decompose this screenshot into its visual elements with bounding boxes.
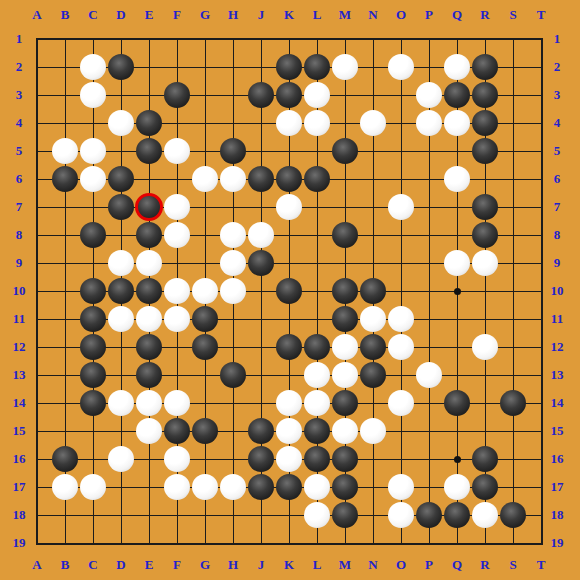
intersection-D18[interactable]	[107, 501, 135, 529]
intersection-G14[interactable]	[191, 389, 219, 417]
intersection-S4[interactable]	[499, 109, 527, 137]
intersection-F6[interactable]	[163, 165, 191, 193]
intersection-P2[interactable]	[415, 53, 443, 81]
intersection-L4[interactable]	[303, 109, 331, 137]
intersection-B3[interactable]	[51, 81, 79, 109]
intersection-S1[interactable]	[499, 25, 527, 53]
intersection-C7[interactable]	[79, 193, 107, 221]
intersection-P12[interactable]	[415, 333, 443, 361]
intersection-E7[interactable]	[135, 193, 163, 221]
intersection-G13[interactable]	[191, 361, 219, 389]
intersection-M15[interactable]	[331, 417, 359, 445]
intersection-N13[interactable]	[359, 361, 387, 389]
intersection-O13[interactable]	[387, 361, 415, 389]
intersection-J12[interactable]	[247, 333, 275, 361]
intersection-O12[interactable]	[387, 333, 415, 361]
intersection-O10[interactable]	[387, 277, 415, 305]
intersection-C6[interactable]	[79, 165, 107, 193]
intersection-E1[interactable]	[135, 25, 163, 53]
intersection-O1[interactable]	[387, 25, 415, 53]
intersection-P16[interactable]	[415, 445, 443, 473]
intersection-D7[interactable]	[107, 193, 135, 221]
intersection-R11[interactable]	[471, 305, 499, 333]
intersection-L16[interactable]	[303, 445, 331, 473]
intersection-B11[interactable]	[51, 305, 79, 333]
intersection-M7[interactable]	[331, 193, 359, 221]
intersection-N7[interactable]	[359, 193, 387, 221]
intersection-O7[interactable]	[387, 193, 415, 221]
intersection-H11[interactable]	[219, 305, 247, 333]
intersection-M6[interactable]	[331, 165, 359, 193]
intersection-Q17[interactable]	[443, 473, 471, 501]
intersection-D14[interactable]	[107, 389, 135, 417]
intersection-Q7[interactable]	[443, 193, 471, 221]
intersection-R8[interactable]	[471, 221, 499, 249]
intersection-T1[interactable]	[527, 25, 555, 53]
intersection-J8[interactable]	[247, 221, 275, 249]
intersection-C1[interactable]	[79, 25, 107, 53]
intersection-Q11[interactable]	[443, 305, 471, 333]
intersection-C9[interactable]	[79, 249, 107, 277]
intersection-O17[interactable]	[387, 473, 415, 501]
intersection-T4[interactable]	[527, 109, 555, 137]
intersection-H19[interactable]	[219, 529, 247, 557]
intersection-T3[interactable]	[527, 81, 555, 109]
intersection-R1[interactable]	[471, 25, 499, 53]
intersection-Q8[interactable]	[443, 221, 471, 249]
intersection-J5[interactable]	[247, 137, 275, 165]
intersection-F12[interactable]	[163, 333, 191, 361]
intersection-D5[interactable]	[107, 137, 135, 165]
intersection-H2[interactable]	[219, 53, 247, 81]
intersection-L12[interactable]	[303, 333, 331, 361]
intersection-A15[interactable]	[23, 417, 51, 445]
intersection-S16[interactable]	[499, 445, 527, 473]
intersection-T2[interactable]	[527, 53, 555, 81]
intersection-K15[interactable]	[275, 417, 303, 445]
intersection-T15[interactable]	[527, 417, 555, 445]
intersection-O14[interactable]	[387, 389, 415, 417]
intersection-T8[interactable]	[527, 221, 555, 249]
intersection-A5[interactable]	[23, 137, 51, 165]
intersection-S7[interactable]	[499, 193, 527, 221]
intersection-S19[interactable]	[499, 529, 527, 557]
intersection-J10[interactable]	[247, 277, 275, 305]
intersection-L6[interactable]	[303, 165, 331, 193]
intersection-K18[interactable]	[275, 501, 303, 529]
intersection-N16[interactable]	[359, 445, 387, 473]
intersection-T7[interactable]	[527, 193, 555, 221]
intersection-T14[interactable]	[527, 389, 555, 417]
intersection-A13[interactable]	[23, 361, 51, 389]
intersection-K10[interactable]	[275, 277, 303, 305]
intersection-B5[interactable]	[51, 137, 79, 165]
intersection-P8[interactable]	[415, 221, 443, 249]
intersection-K9[interactable]	[275, 249, 303, 277]
intersection-T9[interactable]	[527, 249, 555, 277]
intersection-N6[interactable]	[359, 165, 387, 193]
intersection-K8[interactable]	[275, 221, 303, 249]
intersection-E10[interactable]	[135, 277, 163, 305]
intersection-F19[interactable]	[163, 529, 191, 557]
intersection-A1[interactable]	[23, 25, 51, 53]
intersection-M2[interactable]	[331, 53, 359, 81]
intersection-G17[interactable]	[191, 473, 219, 501]
intersection-C10[interactable]	[79, 277, 107, 305]
intersection-B10[interactable]	[51, 277, 79, 305]
intersection-Q9[interactable]	[443, 249, 471, 277]
intersection-G7[interactable]	[191, 193, 219, 221]
intersection-J14[interactable]	[247, 389, 275, 417]
intersection-A6[interactable]	[23, 165, 51, 193]
intersection-R17[interactable]	[471, 473, 499, 501]
intersection-H7[interactable]	[219, 193, 247, 221]
intersection-E5[interactable]	[135, 137, 163, 165]
intersection-Q16[interactable]	[443, 445, 471, 473]
intersection-O4[interactable]	[387, 109, 415, 137]
intersection-N2[interactable]	[359, 53, 387, 81]
intersection-L9[interactable]	[303, 249, 331, 277]
intersection-B17[interactable]	[51, 473, 79, 501]
intersection-T19[interactable]	[527, 529, 555, 557]
intersection-J9[interactable]	[247, 249, 275, 277]
intersection-J6[interactable]	[247, 165, 275, 193]
intersection-T10[interactable]	[527, 277, 555, 305]
intersection-E18[interactable]	[135, 501, 163, 529]
intersection-A10[interactable]	[23, 277, 51, 305]
intersection-N9[interactable]	[359, 249, 387, 277]
intersection-J15[interactable]	[247, 417, 275, 445]
intersection-G10[interactable]	[191, 277, 219, 305]
intersection-F9[interactable]	[163, 249, 191, 277]
intersection-E15[interactable]	[135, 417, 163, 445]
intersection-R6[interactable]	[471, 165, 499, 193]
intersection-O16[interactable]	[387, 445, 415, 473]
intersection-N8[interactable]	[359, 221, 387, 249]
intersection-N4[interactable]	[359, 109, 387, 137]
intersection-O8[interactable]	[387, 221, 415, 249]
intersection-Q12[interactable]	[443, 333, 471, 361]
intersection-A7[interactable]	[23, 193, 51, 221]
intersection-K2[interactable]	[275, 53, 303, 81]
intersection-R4[interactable]	[471, 109, 499, 137]
intersection-H10[interactable]	[219, 277, 247, 305]
intersection-N15[interactable]	[359, 417, 387, 445]
intersection-J11[interactable]	[247, 305, 275, 333]
intersection-F3[interactable]	[163, 81, 191, 109]
intersection-G16[interactable]	[191, 445, 219, 473]
intersection-E14[interactable]	[135, 389, 163, 417]
intersection-S12[interactable]	[499, 333, 527, 361]
intersection-D13[interactable]	[107, 361, 135, 389]
intersection-G9[interactable]	[191, 249, 219, 277]
intersection-C11[interactable]	[79, 305, 107, 333]
intersection-R15[interactable]	[471, 417, 499, 445]
intersection-Q6[interactable]	[443, 165, 471, 193]
intersection-L2[interactable]	[303, 53, 331, 81]
intersection-R12[interactable]	[471, 333, 499, 361]
intersection-Q5[interactable]	[443, 137, 471, 165]
intersection-S17[interactable]	[499, 473, 527, 501]
intersection-M14[interactable]	[331, 389, 359, 417]
intersection-P4[interactable]	[415, 109, 443, 137]
intersection-S2[interactable]	[499, 53, 527, 81]
intersection-P13[interactable]	[415, 361, 443, 389]
intersection-M16[interactable]	[331, 445, 359, 473]
intersection-R9[interactable]	[471, 249, 499, 277]
intersection-G12[interactable]	[191, 333, 219, 361]
intersection-F10[interactable]	[163, 277, 191, 305]
intersection-L8[interactable]	[303, 221, 331, 249]
intersection-P9[interactable]	[415, 249, 443, 277]
intersection-N18[interactable]	[359, 501, 387, 529]
intersection-R5[interactable]	[471, 137, 499, 165]
intersection-O3[interactable]	[387, 81, 415, 109]
intersection-C17[interactable]	[79, 473, 107, 501]
intersection-K13[interactable]	[275, 361, 303, 389]
intersection-C4[interactable]	[79, 109, 107, 137]
intersection-K7[interactable]	[275, 193, 303, 221]
intersection-S9[interactable]	[499, 249, 527, 277]
intersection-G4[interactable]	[191, 109, 219, 137]
intersection-B6[interactable]	[51, 165, 79, 193]
intersection-A12[interactable]	[23, 333, 51, 361]
intersection-G1[interactable]	[191, 25, 219, 53]
intersection-L18[interactable]	[303, 501, 331, 529]
intersection-F17[interactable]	[163, 473, 191, 501]
intersection-F14[interactable]	[163, 389, 191, 417]
intersection-M3[interactable]	[331, 81, 359, 109]
intersection-R3[interactable]	[471, 81, 499, 109]
intersection-T16[interactable]	[527, 445, 555, 473]
intersection-D12[interactable]	[107, 333, 135, 361]
intersection-G3[interactable]	[191, 81, 219, 109]
intersection-C2[interactable]	[79, 53, 107, 81]
intersection-D6[interactable]	[107, 165, 135, 193]
intersection-H6[interactable]	[219, 165, 247, 193]
intersection-K16[interactable]	[275, 445, 303, 473]
intersection-F1[interactable]	[163, 25, 191, 53]
intersection-J13[interactable]	[247, 361, 275, 389]
intersection-E13[interactable]	[135, 361, 163, 389]
intersection-E16[interactable]	[135, 445, 163, 473]
intersection-N19[interactable]	[359, 529, 387, 557]
intersection-Q2[interactable]	[443, 53, 471, 81]
intersection-S18[interactable]	[499, 501, 527, 529]
intersection-M9[interactable]	[331, 249, 359, 277]
intersection-P6[interactable]	[415, 165, 443, 193]
intersection-Q13[interactable]	[443, 361, 471, 389]
intersection-F11[interactable]	[163, 305, 191, 333]
intersection-E8[interactable]	[135, 221, 163, 249]
intersection-Q14[interactable]	[443, 389, 471, 417]
intersection-M10[interactable]	[331, 277, 359, 305]
intersection-O11[interactable]	[387, 305, 415, 333]
intersection-K11[interactable]	[275, 305, 303, 333]
intersection-L1[interactable]	[303, 25, 331, 53]
intersection-E4[interactable]	[135, 109, 163, 137]
intersection-C14[interactable]	[79, 389, 107, 417]
intersection-D16[interactable]	[107, 445, 135, 473]
intersection-F7[interactable]	[163, 193, 191, 221]
intersection-R10[interactable]	[471, 277, 499, 305]
intersection-M17[interactable]	[331, 473, 359, 501]
intersection-J4[interactable]	[247, 109, 275, 137]
intersection-B1[interactable]	[51, 25, 79, 53]
intersection-H12[interactable]	[219, 333, 247, 361]
intersection-K4[interactable]	[275, 109, 303, 137]
intersection-G2[interactable]	[191, 53, 219, 81]
intersection-H18[interactable]	[219, 501, 247, 529]
intersection-N5[interactable]	[359, 137, 387, 165]
intersection-A14[interactable]	[23, 389, 51, 417]
intersection-P5[interactable]	[415, 137, 443, 165]
intersection-M8[interactable]	[331, 221, 359, 249]
intersection-L17[interactable]	[303, 473, 331, 501]
intersection-F18[interactable]	[163, 501, 191, 529]
intersection-B7[interactable]	[51, 193, 79, 221]
intersection-C15[interactable]	[79, 417, 107, 445]
intersection-J18[interactable]	[247, 501, 275, 529]
intersection-G19[interactable]	[191, 529, 219, 557]
intersection-A16[interactable]	[23, 445, 51, 473]
intersection-K19[interactable]	[275, 529, 303, 557]
intersection-T11[interactable]	[527, 305, 555, 333]
intersection-F16[interactable]	[163, 445, 191, 473]
intersection-T17[interactable]	[527, 473, 555, 501]
intersection-Q1[interactable]	[443, 25, 471, 53]
intersection-E9[interactable]	[135, 249, 163, 277]
intersection-Q18[interactable]	[443, 501, 471, 529]
intersection-M19[interactable]	[331, 529, 359, 557]
intersection-P7[interactable]	[415, 193, 443, 221]
intersection-B18[interactable]	[51, 501, 79, 529]
intersection-J19[interactable]	[247, 529, 275, 557]
intersection-H15[interactable]	[219, 417, 247, 445]
intersection-C3[interactable]	[79, 81, 107, 109]
intersection-R7[interactable]	[471, 193, 499, 221]
intersection-N14[interactable]	[359, 389, 387, 417]
intersection-O5[interactable]	[387, 137, 415, 165]
intersection-H8[interactable]	[219, 221, 247, 249]
intersection-G18[interactable]	[191, 501, 219, 529]
intersection-J3[interactable]	[247, 81, 275, 109]
intersection-B15[interactable]	[51, 417, 79, 445]
intersection-B14[interactable]	[51, 389, 79, 417]
intersection-Q19[interactable]	[443, 529, 471, 557]
intersection-G5[interactable]	[191, 137, 219, 165]
intersection-S6[interactable]	[499, 165, 527, 193]
intersection-J16[interactable]	[247, 445, 275, 473]
intersection-S5[interactable]	[499, 137, 527, 165]
intersection-L14[interactable]	[303, 389, 331, 417]
intersection-D19[interactable]	[107, 529, 135, 557]
intersection-O18[interactable]	[387, 501, 415, 529]
intersection-G15[interactable]	[191, 417, 219, 445]
intersection-C8[interactable]	[79, 221, 107, 249]
intersection-L3[interactable]	[303, 81, 331, 109]
intersection-B9[interactable]	[51, 249, 79, 277]
intersection-B2[interactable]	[51, 53, 79, 81]
intersection-R13[interactable]	[471, 361, 499, 389]
intersection-R14[interactable]	[471, 389, 499, 417]
intersection-N3[interactable]	[359, 81, 387, 109]
intersection-P11[interactable]	[415, 305, 443, 333]
intersection-D17[interactable]	[107, 473, 135, 501]
intersection-F4[interactable]	[163, 109, 191, 137]
intersection-A2[interactable]	[23, 53, 51, 81]
intersection-A11[interactable]	[23, 305, 51, 333]
intersection-E12[interactable]	[135, 333, 163, 361]
intersection-K12[interactable]	[275, 333, 303, 361]
intersection-T6[interactable]	[527, 165, 555, 193]
intersection-H5[interactable]	[219, 137, 247, 165]
intersection-J17[interactable]	[247, 473, 275, 501]
intersection-D8[interactable]	[107, 221, 135, 249]
intersection-O6[interactable]	[387, 165, 415, 193]
intersection-B12[interactable]	[51, 333, 79, 361]
intersection-J7[interactable]	[247, 193, 275, 221]
intersection-G8[interactable]	[191, 221, 219, 249]
intersection-A3[interactable]	[23, 81, 51, 109]
intersection-K14[interactable]	[275, 389, 303, 417]
intersection-L11[interactable]	[303, 305, 331, 333]
intersection-S14[interactable]	[499, 389, 527, 417]
intersection-D11[interactable]	[107, 305, 135, 333]
intersection-E2[interactable]	[135, 53, 163, 81]
intersection-H17[interactable]	[219, 473, 247, 501]
intersection-A18[interactable]	[23, 501, 51, 529]
intersection-D2[interactable]	[107, 53, 135, 81]
intersection-P3[interactable]	[415, 81, 443, 109]
intersection-B4[interactable]	[51, 109, 79, 137]
intersection-H4[interactable]	[219, 109, 247, 137]
intersection-J2[interactable]	[247, 53, 275, 81]
intersection-H3[interactable]	[219, 81, 247, 109]
intersection-E3[interactable]	[135, 81, 163, 109]
intersection-S11[interactable]	[499, 305, 527, 333]
intersection-K6[interactable]	[275, 165, 303, 193]
intersection-H1[interactable]	[219, 25, 247, 53]
intersection-F2[interactable]	[163, 53, 191, 81]
intersection-H14[interactable]	[219, 389, 247, 417]
intersection-D3[interactable]	[107, 81, 135, 109]
intersection-C5[interactable]	[79, 137, 107, 165]
intersection-M5[interactable]	[331, 137, 359, 165]
intersection-E17[interactable]	[135, 473, 163, 501]
intersection-S3[interactable]	[499, 81, 527, 109]
intersection-O19[interactable]	[387, 529, 415, 557]
intersection-E11[interactable]	[135, 305, 163, 333]
intersection-M11[interactable]	[331, 305, 359, 333]
intersection-E6[interactable]	[135, 165, 163, 193]
intersection-C12[interactable]	[79, 333, 107, 361]
intersection-R18[interactable]	[471, 501, 499, 529]
intersection-S10[interactable]	[499, 277, 527, 305]
intersection-C19[interactable]	[79, 529, 107, 557]
intersection-L10[interactable]	[303, 277, 331, 305]
intersection-P18[interactable]	[415, 501, 443, 529]
intersection-O9[interactable]	[387, 249, 415, 277]
intersection-P15[interactable]	[415, 417, 443, 445]
intersection-A17[interactable]	[23, 473, 51, 501]
intersection-K17[interactable]	[275, 473, 303, 501]
intersection-Q10[interactable]	[443, 277, 471, 305]
intersection-C16[interactable]	[79, 445, 107, 473]
intersection-O2[interactable]	[387, 53, 415, 81]
intersection-D9[interactable]	[107, 249, 135, 277]
intersection-Q4[interactable]	[443, 109, 471, 137]
